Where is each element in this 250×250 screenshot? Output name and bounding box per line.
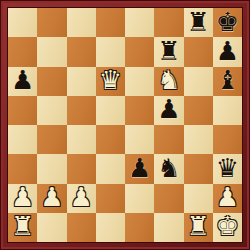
square-c5[interactable] [67, 96, 96, 125]
square-g6[interactable] [184, 67, 213, 96]
square-d1[interactable] [96, 213, 125, 242]
piece-black-knight[interactable]: ♞ [157, 155, 180, 181]
square-e6[interactable] [125, 67, 154, 96]
square-c3[interactable] [67, 154, 96, 183]
piece-white-knight[interactable]: ♞ [157, 67, 180, 93]
square-a5[interactable] [8, 96, 37, 125]
piece-white-king[interactable]: ♚ [216, 213, 239, 239]
square-d5[interactable] [96, 96, 125, 125]
square-g2[interactable] [184, 184, 213, 213]
square-h1[interactable]: ♚ [213, 213, 242, 242]
square-h5[interactable] [213, 96, 242, 125]
square-c4[interactable] [67, 125, 96, 154]
piece-white-rook[interactable]: ♜ [186, 213, 209, 239]
piece-black-pawn[interactable]: ♟ [216, 38, 239, 64]
piece-white-queen[interactable]: ♛ [99, 67, 122, 93]
square-b7[interactable] [37, 37, 66, 66]
square-e3[interactable]: ♟ [125, 154, 154, 183]
square-h6[interactable]: ♝ [213, 67, 242, 96]
square-f2[interactable] [154, 184, 183, 213]
square-b8[interactable] [37, 8, 66, 37]
square-e2[interactable] [125, 184, 154, 213]
square-d7[interactable] [96, 37, 125, 66]
square-g5[interactable] [184, 96, 213, 125]
square-b4[interactable] [37, 125, 66, 154]
piece-black-king[interactable]: ♚ [216, 9, 239, 35]
square-b1[interactable] [37, 213, 66, 242]
square-d6[interactable]: ♛ [96, 67, 125, 96]
square-g4[interactable] [184, 125, 213, 154]
piece-black-pawn[interactable]: ♟ [157, 96, 180, 122]
square-d2[interactable] [96, 184, 125, 213]
square-e4[interactable] [125, 125, 154, 154]
square-g7[interactable] [184, 37, 213, 66]
square-d3[interactable] [96, 154, 125, 183]
square-f3[interactable]: ♞ [154, 154, 183, 183]
square-f7[interactable]: ♜ [154, 37, 183, 66]
piece-black-rook[interactable]: ♜ [186, 9, 209, 35]
square-f6[interactable]: ♞ [154, 67, 183, 96]
square-e8[interactable] [125, 8, 154, 37]
square-d8[interactable] [96, 8, 125, 37]
square-a8[interactable] [8, 8, 37, 37]
piece-black-rook[interactable]: ♜ [157, 38, 180, 64]
square-a2[interactable]: ♟ [8, 184, 37, 213]
square-e7[interactable] [125, 37, 154, 66]
square-a6[interactable]: ♟ [8, 67, 37, 96]
square-f5[interactable]: ♟ [154, 96, 183, 125]
chess-board: ♜♚♜♟♟♛♞♝♟♟♞♛♟♟♟♟♜♜♚ [8, 8, 242, 242]
square-h4[interactable] [213, 125, 242, 154]
piece-white-pawn[interactable]: ♟ [11, 184, 34, 210]
square-b2[interactable]: ♟ [37, 184, 66, 213]
square-c8[interactable] [67, 8, 96, 37]
square-a1[interactable]: ♜ [8, 213, 37, 242]
square-h7[interactable]: ♟ [213, 37, 242, 66]
square-h8[interactable]: ♚ [213, 8, 242, 37]
piece-white-pawn[interactable]: ♟ [216, 184, 239, 210]
board-frame: ♜♚♜♟♟♛♞♝♟♟♞♛♟♟♟♟♜♜♚ [0, 0, 250, 250]
square-g1[interactable]: ♜ [184, 213, 213, 242]
square-e1[interactable] [125, 213, 154, 242]
square-f4[interactable] [154, 125, 183, 154]
square-c2[interactable]: ♟ [67, 184, 96, 213]
piece-white-pawn[interactable]: ♟ [69, 184, 92, 210]
piece-black-queen[interactable]: ♛ [216, 155, 239, 181]
square-g3[interactable] [184, 154, 213, 183]
square-h3[interactable]: ♛ [213, 154, 242, 183]
square-f8[interactable] [154, 8, 183, 37]
square-a3[interactable] [8, 154, 37, 183]
square-a4[interactable] [8, 125, 37, 154]
square-a7[interactable] [8, 37, 37, 66]
square-c1[interactable] [67, 213, 96, 242]
square-b6[interactable] [37, 67, 66, 96]
square-b5[interactable] [37, 96, 66, 125]
piece-white-pawn[interactable]: ♟ [40, 184, 63, 210]
square-f1[interactable] [154, 213, 183, 242]
square-c6[interactable] [67, 67, 96, 96]
piece-black-pawn[interactable]: ♟ [11, 67, 34, 93]
square-b3[interactable] [37, 154, 66, 183]
square-d4[interactable] [96, 125, 125, 154]
square-e5[interactable] [125, 96, 154, 125]
piece-white-rook[interactable]: ♜ [11, 213, 34, 239]
piece-black-pawn[interactable]: ♟ [128, 155, 151, 181]
square-g8[interactable]: ♜ [184, 8, 213, 37]
piece-black-bishop[interactable]: ♝ [216, 67, 239, 93]
square-c7[interactable] [67, 37, 96, 66]
square-h2[interactable]: ♟ [213, 184, 242, 213]
